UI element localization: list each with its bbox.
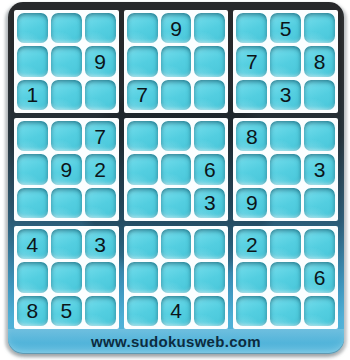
cell-r9c1[interactable]: 8 [17,296,48,326]
cell-r7c3[interactable]: 3 [85,229,116,259]
cell-r3c1[interactable]: 1 [17,80,48,110]
cell-r2c9[interactable]: 8 [304,46,335,76]
cell-r9c2[interactable]: 5 [51,296,82,326]
cell-r9c4[interactable] [127,296,158,326]
cell-r8c9[interactable]: 6 [304,262,335,292]
cell-r4c5[interactable] [161,121,192,151]
cell-r5c1[interactable] [17,154,48,184]
cell-r5c2[interactable]: 9 [51,154,82,184]
cell-r2c1[interactable] [17,46,48,76]
cell-r1c1[interactable] [17,13,48,43]
cell-r3c9[interactable] [304,80,335,110]
cell-r7c1[interactable]: 4 [17,229,48,259]
cell-r1c2[interactable] [51,13,82,43]
cell-r9c8[interactable] [270,296,301,326]
sudoku-board-frame: 91975783792638394385426 www.sudokusweb.c… [8,2,344,354]
cell-r8c5[interactable] [161,262,192,292]
cell-r6c2[interactable] [51,188,82,218]
cell-r4c9[interactable] [304,121,335,151]
cell-r5c7[interactable] [236,154,267,184]
site-link[interactable]: www.sudokusweb.com [8,329,344,354]
cell-r5c6[interactable]: 6 [194,154,225,184]
cell-r7c8[interactable] [270,229,301,259]
cell-r4c3[interactable]: 7 [85,121,116,151]
cell-r7c4[interactable] [127,229,158,259]
cell-r3c8[interactable]: 3 [270,80,301,110]
cell-r6c7[interactable]: 9 [236,188,267,218]
cell-r7c7[interactable]: 2 [236,229,267,259]
cell-r7c5[interactable] [161,229,192,259]
cell-r9c5[interactable]: 4 [161,296,192,326]
cell-r2c7[interactable]: 7 [236,46,267,76]
cell-r4c4[interactable] [127,121,158,151]
box-r1c2: 97 [124,10,229,113]
cell-r2c5[interactable] [161,46,192,76]
cell-r9c3[interactable] [85,296,116,326]
cell-r1c8[interactable]: 5 [270,13,301,43]
box-r2c1: 792 [14,118,119,221]
cell-r1c6[interactable] [194,13,225,43]
cell-r6c4[interactable] [127,188,158,218]
cell-r8c2[interactable] [51,262,82,292]
cell-r5c9[interactable]: 3 [304,154,335,184]
cell-r9c6[interactable] [194,296,225,326]
cell-r2c3[interactable]: 9 [85,46,116,76]
cell-r5c4[interactable] [127,154,158,184]
cell-r6c8[interactable] [270,188,301,218]
box-r3c1: 4385 [14,226,119,329]
cell-r2c8[interactable] [270,46,301,76]
cell-r7c2[interactable] [51,229,82,259]
cell-r4c8[interactable] [270,121,301,151]
cell-r8c1[interactable] [17,262,48,292]
cell-r4c1[interactable] [17,121,48,151]
cell-r1c5[interactable]: 9 [161,13,192,43]
cell-r1c7[interactable] [236,13,267,43]
cell-r9c9[interactable] [304,296,335,326]
cell-r2c4[interactable] [127,46,158,76]
box-r1c3: 5783 [233,10,338,113]
cell-r6c1[interactable] [17,188,48,218]
cell-r6c3[interactable] [85,188,116,218]
cell-r3c3[interactable] [85,80,116,110]
cell-r4c2[interactable] [51,121,82,151]
cell-r8c3[interactable] [85,262,116,292]
cell-r1c9[interactable] [304,13,335,43]
cell-r3c4[interactable]: 7 [127,80,158,110]
cell-r8c6[interactable] [194,262,225,292]
cell-r3c5[interactable] [161,80,192,110]
cell-r6c6[interactable]: 3 [194,188,225,218]
cell-r7c6[interactable] [194,229,225,259]
box-r2c2: 63 [124,118,229,221]
cell-r5c8[interactable] [270,154,301,184]
cell-r3c6[interactable] [194,80,225,110]
cell-r4c7[interactable]: 8 [236,121,267,151]
cell-r8c8[interactable] [270,262,301,292]
cell-r8c4[interactable] [127,262,158,292]
cell-r3c7[interactable] [236,80,267,110]
cell-r2c2[interactable] [51,46,82,76]
box-r1c1: 91 [14,10,119,113]
cell-r7c9[interactable] [304,229,335,259]
cell-r5c5[interactable] [161,154,192,184]
cell-r6c5[interactable] [161,188,192,218]
cell-r2c6[interactable] [194,46,225,76]
box-r3c2: 4 [124,226,229,329]
cell-r1c4[interactable] [127,13,158,43]
box-r3c3: 26 [233,226,338,329]
cell-r9c7[interactable] [236,296,267,326]
sudoku-board: 91975783792638394385426 [14,10,338,329]
cell-r4c6[interactable] [194,121,225,151]
cell-r6c9[interactable] [304,188,335,218]
box-r2c3: 839 [233,118,338,221]
cell-r8c7[interactable] [236,262,267,292]
cell-r5c3[interactable]: 2 [85,154,116,184]
cell-r3c2[interactable] [51,80,82,110]
cell-r1c3[interactable] [85,13,116,43]
